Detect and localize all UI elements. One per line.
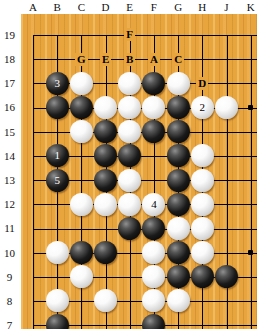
board-cell-K14[interactable] xyxy=(239,144,257,168)
white-stone-F8 xyxy=(142,289,165,312)
board-cell-J8[interactable] xyxy=(214,289,238,313)
white-stone-J16 xyxy=(215,96,238,119)
star-point-K16 xyxy=(248,105,253,110)
board-cell-A9[interactable] xyxy=(21,265,45,289)
board-cell-E8[interactable] xyxy=(118,289,142,313)
point-label-H17: D xyxy=(196,77,208,90)
board-cell-C16[interactable] xyxy=(69,95,93,119)
white-stone-F10 xyxy=(142,241,165,264)
black-stone-B17: 3 xyxy=(46,72,69,95)
board-cell-F19[interactable] xyxy=(142,23,166,47)
white-stone-B8 xyxy=(46,289,69,312)
column-label-H: H xyxy=(190,0,214,14)
board-cell-D15[interactable] xyxy=(93,120,117,144)
column-label-A: A xyxy=(21,0,45,14)
black-stone-D13 xyxy=(94,169,117,192)
board-cell-E16[interactable] xyxy=(118,95,142,119)
board-cell-C7[interactable] xyxy=(69,313,93,329)
board-cell-B11[interactable] xyxy=(45,216,69,240)
board-cell-F7[interactable] xyxy=(142,313,166,329)
board-cell-G18[interactable]: C xyxy=(166,47,190,71)
board-cell-G17[interactable] xyxy=(166,71,190,95)
board-cell-J17[interactable] xyxy=(214,71,238,95)
row-label-8: 8 xyxy=(0,289,19,313)
board-cell-H9[interactable] xyxy=(190,265,214,289)
board-cell-A14[interactable] xyxy=(21,144,45,168)
row-label-7: 7 xyxy=(0,313,19,329)
board-cell-J9[interactable] xyxy=(214,265,238,289)
board-cell-A7[interactable] xyxy=(21,313,45,329)
board-cell-E10[interactable] xyxy=(118,240,142,264)
board-cell-C10[interactable] xyxy=(69,240,93,264)
white-stone-H10 xyxy=(191,241,214,264)
row-label-14: 14 xyxy=(0,144,19,168)
board-cell-A15[interactable] xyxy=(21,120,45,144)
board-cell-D17[interactable] xyxy=(93,71,117,95)
board-cell-J14[interactable] xyxy=(214,144,238,168)
board-cell-B17[interactable]: 3 xyxy=(45,71,69,95)
black-stone-C16 xyxy=(70,96,93,119)
white-stone-C12 xyxy=(70,193,93,216)
white-stone-H11 xyxy=(191,217,214,240)
board-cell-H14[interactable] xyxy=(190,144,214,168)
black-stone-G15 xyxy=(167,120,190,143)
board-cell-C13[interactable] xyxy=(69,168,93,192)
row-label-10: 10 xyxy=(0,240,19,264)
board-cell-C11[interactable] xyxy=(69,216,93,240)
board-cell-J13[interactable] xyxy=(214,168,238,192)
board-cell-K11[interactable] xyxy=(239,216,257,240)
black-stone-G13 xyxy=(167,169,190,192)
board-cell-D12[interactable] xyxy=(93,192,117,216)
board-cell-E11[interactable] xyxy=(118,216,142,240)
board-cell-D11[interactable] xyxy=(93,216,117,240)
board-cell-H13[interactable] xyxy=(190,168,214,192)
board-cell-K15[interactable] xyxy=(239,120,257,144)
board-cell-K18[interactable] xyxy=(239,47,257,71)
board-cell-D8[interactable] xyxy=(93,289,117,313)
black-stone-E11 xyxy=(118,217,141,240)
row-label-15: 15 xyxy=(0,120,19,144)
column-label-B: B xyxy=(45,0,69,14)
board-cell-B8[interactable] xyxy=(45,289,69,313)
black-stone-G16 xyxy=(167,96,190,119)
row-label-16: 16 xyxy=(0,95,19,119)
board-cell-E12[interactable] xyxy=(118,192,142,216)
board-cell-H11[interactable] xyxy=(190,216,214,240)
board-cell-E17[interactable] xyxy=(118,71,142,95)
column-label-D: D xyxy=(93,0,117,14)
board-cell-D10[interactable] xyxy=(93,240,117,264)
board-cell-E19[interactable]: F xyxy=(118,23,142,47)
black-stone-G10 xyxy=(167,241,190,264)
board-cell-K16[interactable] xyxy=(239,95,257,119)
board-cell-H17[interactable]: D xyxy=(190,71,214,95)
board-cell-D13[interactable] xyxy=(93,168,117,192)
board-cell-E9[interactable] xyxy=(118,265,142,289)
board-cell-F10[interactable] xyxy=(142,240,166,264)
white-stone-G11 xyxy=(167,217,190,240)
board-cell-H16[interactable]: 2 xyxy=(190,95,214,119)
board-cell-A19[interactable] xyxy=(21,23,45,47)
white-stone-D8 xyxy=(94,289,117,312)
board-cell-A17[interactable] xyxy=(21,71,45,95)
board-cell-B19[interactable] xyxy=(45,23,69,47)
white-stone-E13 xyxy=(118,169,141,192)
row-labels: 19181716151413121110987 xyxy=(0,23,19,329)
board-cell-F9[interactable] xyxy=(142,265,166,289)
board-cell-B13[interactable]: 5 xyxy=(45,168,69,192)
white-stone-F12: 4 xyxy=(142,193,165,216)
point-label-F18: A xyxy=(148,53,160,66)
row-label-17: 17 xyxy=(0,71,19,95)
board-cell-C17[interactable] xyxy=(69,71,93,95)
board-cell-E14[interactable] xyxy=(118,144,142,168)
board-cell-F11[interactable] xyxy=(142,216,166,240)
white-stone-E16 xyxy=(118,96,141,119)
board-cell-F8[interactable] xyxy=(142,289,166,313)
board-cell-A11[interactable] xyxy=(21,216,45,240)
board-cell-K12[interactable] xyxy=(239,192,257,216)
board-cell-B18[interactable] xyxy=(45,47,69,71)
point-label-E18: B xyxy=(124,53,135,66)
column-label-C: C xyxy=(69,0,93,14)
board-grid: FGEBAC3D2154 xyxy=(21,23,257,329)
black-stone-D15 xyxy=(94,120,117,143)
board-cell-D7[interactable] xyxy=(93,313,117,329)
board-cell-G13[interactable] xyxy=(166,168,190,192)
white-stone-E12 xyxy=(118,193,141,216)
board-cell-F18[interactable]: A xyxy=(142,47,166,71)
board-cell-H12[interactable] xyxy=(190,192,214,216)
board-cell-G16[interactable] xyxy=(166,95,190,119)
white-stone-C15 xyxy=(70,120,93,143)
black-stone-G9 xyxy=(167,265,190,288)
board-cell-F16[interactable] xyxy=(142,95,166,119)
board-cell-F13[interactable] xyxy=(142,168,166,192)
board-cell-B16[interactable] xyxy=(45,95,69,119)
black-stone-B13: 5 xyxy=(46,169,69,192)
board-cell-J16[interactable] xyxy=(214,95,238,119)
board-cell-A18[interactable] xyxy=(21,47,45,71)
board-cell-D18[interactable]: E xyxy=(93,47,117,71)
board-cell-A8[interactable] xyxy=(21,289,45,313)
white-stone-G17 xyxy=(167,72,190,95)
white-stone-H13 xyxy=(191,169,214,192)
white-stone-H16: 2 xyxy=(191,96,214,119)
point-label-C18: G xyxy=(75,53,88,66)
board-cell-G14[interactable] xyxy=(166,144,190,168)
board-cell-J19[interactable] xyxy=(214,23,238,47)
black-stone-F11 xyxy=(142,217,165,240)
white-stone-E17 xyxy=(118,72,141,95)
row-label-9: 9 xyxy=(0,265,19,289)
black-stone-C10 xyxy=(70,241,93,264)
white-stone-G8 xyxy=(167,289,190,312)
board-cell-F15[interactable] xyxy=(142,120,166,144)
black-stone-B14: 1 xyxy=(46,144,69,167)
board-cell-G19[interactable] xyxy=(166,23,190,47)
board-cell-J12[interactable] xyxy=(214,192,238,216)
board-cell-C14[interactable] xyxy=(69,144,93,168)
black-stone-D10 xyxy=(94,241,117,264)
board-cell-E13[interactable] xyxy=(118,168,142,192)
black-stone-G12 xyxy=(167,193,190,216)
board-cell-D19[interactable] xyxy=(93,23,117,47)
board-cell-H8[interactable] xyxy=(190,289,214,313)
black-stone-B7 xyxy=(46,314,69,329)
white-stone-D12 xyxy=(94,193,117,216)
board-cell-H10[interactable] xyxy=(190,240,214,264)
board-cell-A16[interactable] xyxy=(21,95,45,119)
board-cell-G12[interactable] xyxy=(166,192,190,216)
board-cell-J15[interactable] xyxy=(214,120,238,144)
white-stone-B10 xyxy=(46,241,69,264)
white-stone-F16 xyxy=(142,96,165,119)
board-cell-C9[interactable] xyxy=(69,265,93,289)
black-stone-B16 xyxy=(46,96,69,119)
board-cell-C8[interactable] xyxy=(69,289,93,313)
board-cell-K13[interactable] xyxy=(239,168,257,192)
column-labels: ABCDEFGHJK xyxy=(21,0,257,14)
board-cell-B9[interactable] xyxy=(45,265,69,289)
row-label-12: 12 xyxy=(0,192,19,216)
row-label-11: 11 xyxy=(0,216,19,240)
board-cell-C12[interactable] xyxy=(69,192,93,216)
board-cell-J18[interactable] xyxy=(214,47,238,71)
black-stone-F17 xyxy=(142,72,165,95)
white-stone-F9 xyxy=(142,265,165,288)
board-cell-B12[interactable] xyxy=(45,192,69,216)
board-cell-K7[interactable] xyxy=(239,313,257,329)
board-cell-D14[interactable] xyxy=(93,144,117,168)
board-cell-F17[interactable] xyxy=(142,71,166,95)
black-stone-G14 xyxy=(167,144,190,167)
board-cell-K8[interactable] xyxy=(239,289,257,313)
column-label-K: K xyxy=(239,0,257,14)
point-label-D18: E xyxy=(100,53,111,66)
white-stone-D16 xyxy=(94,96,117,119)
board-cell-H18[interactable] xyxy=(190,47,214,71)
board-cell-D9[interactable] xyxy=(93,265,117,289)
board-cell-C19[interactable] xyxy=(69,23,93,47)
row-label-19: 19 xyxy=(0,23,19,47)
white-stone-H14 xyxy=(191,144,214,167)
board-cell-B10[interactable] xyxy=(45,240,69,264)
white-stone-C9 xyxy=(70,265,93,288)
white-stone-H12 xyxy=(191,193,214,216)
board-cell-C18[interactable]: G xyxy=(69,47,93,71)
point-label-E19: F xyxy=(124,28,135,41)
board-cell-K17[interactable] xyxy=(239,71,257,95)
board-cell-F12[interactable]: 4 xyxy=(142,192,166,216)
board-cell-K10[interactable] xyxy=(239,240,257,264)
board-cell-A12[interactable] xyxy=(21,192,45,216)
board-cell-G9[interactable] xyxy=(166,265,190,289)
board-cell-K9[interactable] xyxy=(239,265,257,289)
row-label-13: 13 xyxy=(0,168,19,192)
board-cell-J10[interactable] xyxy=(214,240,238,264)
black-stone-J9 xyxy=(215,265,238,288)
white-stone-C17 xyxy=(70,72,93,95)
board-cell-G8[interactable] xyxy=(166,289,190,313)
board-cell-G15[interactable] xyxy=(166,120,190,144)
board-cell-H15[interactable] xyxy=(190,120,214,144)
board-cell-G11[interactable] xyxy=(166,216,190,240)
black-stone-D14 xyxy=(94,144,117,167)
board-cell-E18[interactable]: B xyxy=(118,47,142,71)
black-stone-H9 xyxy=(191,265,214,288)
board-cell-G10[interactable] xyxy=(166,240,190,264)
board-cell-H7[interactable] xyxy=(190,313,214,329)
row-label-18: 18 xyxy=(0,47,19,71)
board-cell-G7[interactable] xyxy=(166,313,190,329)
column-label-J: J xyxy=(214,0,238,14)
column-label-F: F xyxy=(142,0,166,14)
board-cell-A13[interactable] xyxy=(21,168,45,192)
board-cell-J7[interactable] xyxy=(214,313,238,329)
board-cell-B7[interactable] xyxy=(45,313,69,329)
board-cell-E7[interactable] xyxy=(118,313,142,329)
point-label-G18: C xyxy=(172,53,184,66)
board-cell-A10[interactable] xyxy=(21,240,45,264)
star-point-K10 xyxy=(248,250,253,255)
board-cell-B14[interactable]: 1 xyxy=(45,144,69,168)
board-cell-E15[interactable] xyxy=(118,120,142,144)
black-stone-F7 xyxy=(142,314,165,329)
column-label-E: E xyxy=(118,0,142,14)
black-stone-E14 xyxy=(118,144,141,167)
board-cell-F14[interactable] xyxy=(142,144,166,168)
go-board-diagram: ABCDEFGHJK 19181716151413121110987 FGEBA… xyxy=(0,0,257,329)
board-cell-D16[interactable] xyxy=(93,95,117,119)
board-cell-B15[interactable] xyxy=(45,120,69,144)
black-stone-F15 xyxy=(142,120,165,143)
board-cell-H19[interactable] xyxy=(190,23,214,47)
column-label-G: G xyxy=(166,0,190,14)
white-stone-E15 xyxy=(118,120,141,143)
board-cell-J11[interactable] xyxy=(214,216,238,240)
board-cell-C15[interactable] xyxy=(69,120,93,144)
board-cell-K19[interactable] xyxy=(239,23,257,47)
